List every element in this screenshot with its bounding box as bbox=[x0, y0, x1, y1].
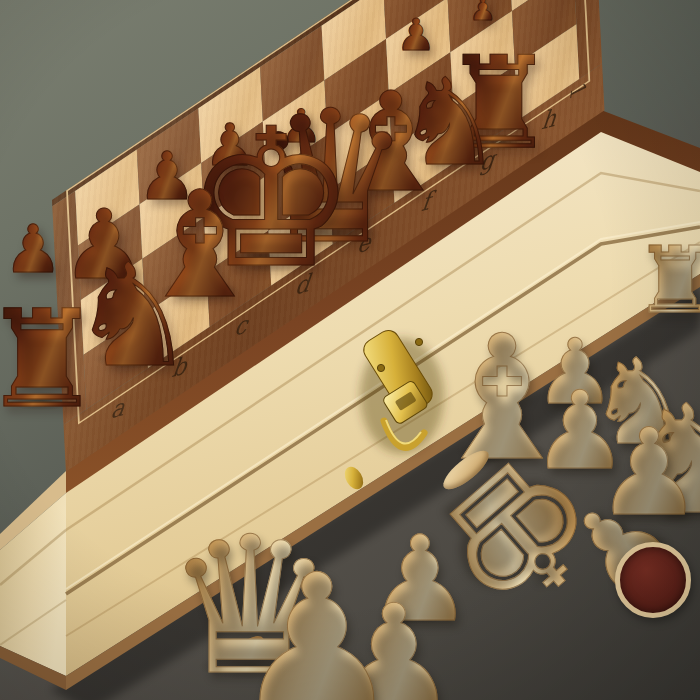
dark-rook-a1: ♜ bbox=[0, 292, 103, 427]
light-rook-standing: ♜ bbox=[634, 235, 700, 327]
dark-pawn-f2: ♟ bbox=[396, 13, 435, 57]
pieces-layer: ♜♞♝♚♛♝♞♜♟♟♟♟♟♟♟♛♟♟♟♝♟♟♟♞♞♜♚♟ bbox=[0, 0, 700, 700]
dark-pawn-g2: ♟ bbox=[470, 0, 497, 25]
light-pawn-standing: ♟ bbox=[232, 550, 402, 700]
felt-base-disc bbox=[615, 542, 691, 618]
chess-set-photo: abcdefgh 1 ♜♞♝♚♛♝♞♜♟♟♟♟♟♟♟♛♟♟♟♝♟♟♟♞♞♜♚♟ bbox=[0, 0, 700, 700]
dark-pawn-a2: ♟ bbox=[3, 217, 62, 283]
